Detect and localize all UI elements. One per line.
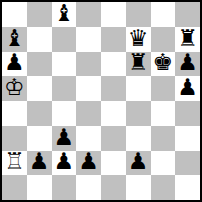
black-pawn: ♟ xyxy=(78,151,99,174)
square-f3[interactable] xyxy=(126,126,151,151)
square-b4[interactable] xyxy=(27,101,52,126)
square-d4[interactable] xyxy=(76,101,101,126)
square-e3[interactable] xyxy=(101,126,126,151)
square-a2[interactable]: ♖ xyxy=(2,151,27,176)
square-b8[interactable] xyxy=(27,2,52,27)
square-a8[interactable] xyxy=(2,2,27,27)
square-f4[interactable] xyxy=(126,101,151,126)
square-d6[interactable] xyxy=(76,52,101,77)
square-h6[interactable]: ♟ xyxy=(175,52,200,77)
square-f5[interactable] xyxy=(126,76,151,101)
square-h1[interactable] xyxy=(175,175,200,200)
square-f7[interactable]: ♛ xyxy=(126,27,151,52)
square-d7[interactable] xyxy=(76,27,101,52)
square-h4[interactable] xyxy=(175,101,200,126)
square-b7[interactable] xyxy=(27,27,52,52)
white-rook: ♖ xyxy=(4,151,25,174)
square-h5[interactable]: ♟ xyxy=(175,76,200,101)
square-b2[interactable]: ♟ xyxy=(27,151,52,176)
white-king: ♔ xyxy=(4,76,25,99)
square-h8[interactable] xyxy=(175,2,200,27)
square-e4[interactable] xyxy=(101,101,126,126)
square-a6[interactable]: ♟ xyxy=(2,52,27,77)
square-e2[interactable] xyxy=(101,151,126,176)
square-f6[interactable]: ♜ xyxy=(126,52,151,77)
square-g7[interactable] xyxy=(151,27,176,52)
black-pawn: ♟ xyxy=(29,151,50,174)
square-c4[interactable] xyxy=(52,101,77,126)
square-c6[interactable] xyxy=(52,52,77,77)
square-c3[interactable]: ♟ xyxy=(52,126,77,151)
black-bishop: ♝ xyxy=(54,2,75,25)
square-e5[interactable] xyxy=(101,76,126,101)
square-h7[interactable]: ♜ xyxy=(175,27,200,52)
square-c8[interactable]: ♝ xyxy=(52,2,77,27)
square-b1[interactable] xyxy=(27,175,52,200)
square-a1[interactable] xyxy=(2,175,27,200)
square-g8[interactable] xyxy=(151,2,176,27)
square-d3[interactable] xyxy=(76,126,101,151)
square-d8[interactable] xyxy=(76,2,101,27)
square-d5[interactable] xyxy=(76,76,101,101)
square-f1[interactable] xyxy=(126,175,151,200)
square-a4[interactable] xyxy=(2,101,27,126)
square-c1[interactable] xyxy=(52,175,77,200)
square-g1[interactable] xyxy=(151,175,176,200)
square-g3[interactable] xyxy=(151,126,176,151)
square-c5[interactable] xyxy=(52,76,77,101)
square-d1[interactable] xyxy=(76,175,101,200)
square-h3[interactable] xyxy=(175,126,200,151)
black-king: ♚ xyxy=(153,52,174,75)
black-rook: ♜ xyxy=(128,52,149,75)
black-pawn: ♟ xyxy=(177,52,198,75)
black-pawn: ♟ xyxy=(54,151,75,174)
black-bishop: ♝ xyxy=(4,27,25,50)
square-g6[interactable]: ♚ xyxy=(151,52,176,77)
black-rook: ♜ xyxy=(177,27,198,50)
chess-board-frame: ♝♝♛♜♟♜♚♟♔♟♟♖♟♟♟♟ xyxy=(0,0,202,202)
square-g5[interactable] xyxy=(151,76,176,101)
square-f8[interactable] xyxy=(126,2,151,27)
square-f2[interactable]: ♟ xyxy=(126,151,151,176)
black-pawn: ♟ xyxy=(128,151,149,174)
square-b5[interactable] xyxy=(27,76,52,101)
square-c2[interactable]: ♟ xyxy=(52,151,77,176)
square-g2[interactable] xyxy=(151,151,176,176)
square-a5[interactable]: ♔ xyxy=(2,76,27,101)
square-e7[interactable] xyxy=(101,27,126,52)
black-pawn: ♟ xyxy=(4,52,25,75)
square-a7[interactable]: ♝ xyxy=(2,27,27,52)
square-b6[interactable] xyxy=(27,52,52,77)
square-d2[interactable]: ♟ xyxy=(76,151,101,176)
square-a3[interactable] xyxy=(2,126,27,151)
square-e8[interactable] xyxy=(101,2,126,27)
square-c7[interactable] xyxy=(52,27,77,52)
square-g4[interactable] xyxy=(151,101,176,126)
black-queen: ♛ xyxy=(128,27,149,50)
square-e1[interactable] xyxy=(101,175,126,200)
black-pawn: ♟ xyxy=(54,126,75,149)
black-pawn: ♟ xyxy=(177,76,198,99)
square-e6[interactable] xyxy=(101,52,126,77)
square-h2[interactable] xyxy=(175,151,200,176)
chess-board: ♝♝♛♜♟♜♚♟♔♟♟♖♟♟♟♟ xyxy=(2,2,200,200)
square-b3[interactable] xyxy=(27,126,52,151)
